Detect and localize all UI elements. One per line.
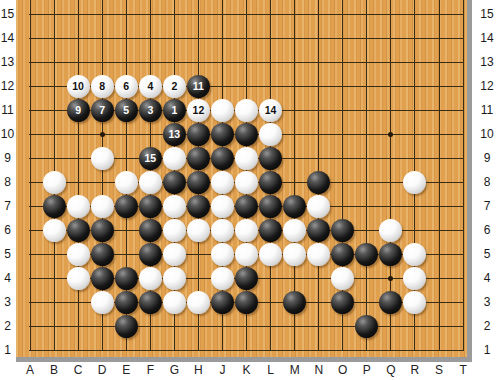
- row-label-left-11: 11: [0, 103, 15, 117]
- white-stone-R3[interactable]: [403, 291, 426, 314]
- white-stone-H3[interactable]: [187, 291, 210, 314]
- white-stone-G12[interactable]: 2: [163, 75, 186, 98]
- row-label-right-14: 14: [475, 31, 499, 45]
- white-stone-F12[interactable]: 4: [139, 75, 162, 98]
- row-label-left-12: 12: [0, 79, 15, 93]
- white-stone-R4[interactable]: [403, 267, 426, 290]
- column-label-H: H: [186, 363, 210, 377]
- black-stone-K4[interactable]: [235, 267, 258, 290]
- board-bottom-edge-shadow: [16, 357, 472, 362]
- white-stone-J5[interactable]: [211, 243, 234, 266]
- white-stone-M5[interactable]: [283, 243, 306, 266]
- black-stone-P5[interactable]: [355, 243, 378, 266]
- black-stone-E7[interactable]: [115, 195, 138, 218]
- black-stone-F3[interactable]: [139, 291, 162, 314]
- black-stone-H9[interactable]: [187, 147, 210, 170]
- white-stone-N5[interactable]: [307, 243, 330, 266]
- black-stone-F6[interactable]: [139, 219, 162, 242]
- grid-line-col-P: [366, 0, 367, 351]
- row-label-right-9: 9: [475, 151, 499, 165]
- column-label-G: G: [162, 363, 186, 377]
- black-stone-K7[interactable]: [235, 195, 258, 218]
- row-label-right-2: 2: [475, 319, 499, 333]
- grid-line-row-1: [29, 350, 463, 351]
- white-stone-R8[interactable]: [403, 171, 426, 194]
- row-label-right-1: 1: [475, 343, 499, 357]
- move-number-label: 3: [147, 105, 153, 116]
- white-stone-G6[interactable]: [163, 219, 186, 242]
- move-number-label: 7: [99, 105, 105, 116]
- black-stone-K3[interactable]: [235, 291, 258, 314]
- black-stone-L6[interactable]: [259, 219, 282, 242]
- row-label-right-13: 13: [475, 55, 499, 69]
- black-stone-Q5[interactable]: [379, 243, 402, 266]
- move-number-label: 5: [123, 105, 129, 116]
- black-stone-E4[interactable]: [115, 267, 138, 290]
- star-point-D10: [100, 132, 105, 137]
- column-label-L: L: [259, 363, 283, 377]
- column-label-C: C: [66, 363, 90, 377]
- white-stone-Q6[interactable]: [379, 219, 402, 242]
- black-stone-G11[interactable]: 1: [163, 99, 186, 122]
- black-stone-F5[interactable]: [139, 243, 162, 266]
- white-stone-G4[interactable]: [163, 267, 186, 290]
- column-label-Q: Q: [379, 363, 403, 377]
- move-number-label: 4: [147, 81, 153, 92]
- row-label-left-6: 6: [0, 223, 15, 237]
- row-label-left-4: 4: [0, 271, 15, 285]
- white-stone-N7[interactable]: [307, 195, 330, 218]
- row-label-left-2: 2: [0, 319, 15, 333]
- row-label-right-5: 5: [475, 247, 499, 261]
- black-stone-H10[interactable]: [187, 123, 210, 146]
- white-stone-L10[interactable]: [259, 123, 282, 146]
- row-label-right-10: 10: [475, 127, 499, 141]
- row-label-left-13: 13: [0, 55, 15, 69]
- star-point-Q10: [388, 132, 393, 137]
- black-stone-D5[interactable]: [91, 243, 114, 266]
- white-stone-J11[interactable]: [211, 99, 234, 122]
- white-stone-K9[interactable]: [235, 147, 258, 170]
- black-stone-E2[interactable]: [115, 315, 138, 338]
- column-label-S: S: [427, 363, 451, 377]
- row-label-left-14: 14: [0, 31, 15, 45]
- black-stone-D4[interactable]: [91, 267, 114, 290]
- black-stone-K10[interactable]: [235, 123, 258, 146]
- white-stone-G5[interactable]: [163, 243, 186, 266]
- column-label-E: E: [114, 363, 138, 377]
- white-stone-B8[interactable]: [43, 171, 66, 194]
- black-stone-B7[interactable]: [43, 195, 66, 218]
- black-stone-H12[interactable]: 11: [187, 75, 210, 98]
- black-stone-J10[interactable]: [211, 123, 234, 146]
- move-number-label: 9: [75, 105, 81, 116]
- white-stone-K11[interactable]: [235, 99, 258, 122]
- column-label-B: B: [42, 363, 66, 377]
- white-stone-K6[interactable]: [235, 219, 258, 242]
- board-right-edge-shadow: [467, 0, 472, 362]
- black-stone-C11[interactable]: 9: [67, 99, 90, 122]
- black-stone-E3[interactable]: [115, 291, 138, 314]
- row-label-right-11: 11: [475, 103, 499, 117]
- go-app-window: 108642119753112141315 151413121110987654…: [0, 0, 500, 380]
- go-board[interactable]: 108642119753112141315: [16, 0, 467, 357]
- black-stone-Q3[interactable]: [379, 291, 402, 314]
- white-stone-E12[interactable]: 6: [115, 75, 138, 98]
- move-number-label: 10: [72, 81, 84, 92]
- black-stone-L9[interactable]: [259, 147, 282, 170]
- black-stone-L7[interactable]: [259, 195, 282, 218]
- column-label-R: R: [403, 363, 427, 377]
- row-label-right-8: 8: [475, 175, 499, 189]
- white-stone-D7[interactable]: [91, 195, 114, 218]
- row-label-left-5: 5: [0, 247, 15, 261]
- black-stone-J3[interactable]: [211, 291, 234, 314]
- white-stone-R5[interactable]: [403, 243, 426, 266]
- white-stone-J6[interactable]: [211, 219, 234, 242]
- black-stone-J9[interactable]: [211, 147, 234, 170]
- grid-line-row-13: [29, 62, 463, 63]
- black-stone-G8[interactable]: [163, 171, 186, 194]
- white-stone-H11[interactable]: 12: [187, 99, 210, 122]
- white-stone-O4[interactable]: [331, 267, 354, 290]
- black-stone-M7[interactable]: [283, 195, 306, 218]
- black-stone-P2[interactable]: [355, 315, 378, 338]
- white-stone-C7[interactable]: [67, 195, 90, 218]
- white-stone-C4[interactable]: [67, 267, 90, 290]
- row-label-left-15: 15: [0, 7, 15, 21]
- column-label-O: O: [331, 363, 355, 377]
- black-stone-F11[interactable]: 3: [139, 99, 162, 122]
- row-label-right-4: 4: [475, 271, 499, 285]
- move-number-label: 15: [144, 153, 156, 164]
- white-stone-C5[interactable]: [67, 243, 90, 266]
- white-stone-G9[interactable]: [163, 147, 186, 170]
- white-stone-K5[interactable]: [235, 243, 258, 266]
- star-point-Q4: [388, 276, 393, 281]
- column-label-J: J: [210, 363, 234, 377]
- black-stone-H7[interactable]: [187, 195, 210, 218]
- black-stone-F7[interactable]: [139, 195, 162, 218]
- black-stone-O6[interactable]: [331, 219, 354, 242]
- black-stone-G10[interactable]: 13: [163, 123, 186, 146]
- white-stone-L5[interactable]: [259, 243, 282, 266]
- row-label-left-8: 8: [0, 175, 15, 189]
- column-label-M: M: [283, 363, 307, 377]
- row-label-right-3: 3: [475, 295, 499, 309]
- column-label-K: K: [235, 363, 259, 377]
- column-label-D: D: [90, 363, 114, 377]
- row-label-left-7: 7: [0, 199, 15, 213]
- column-label-P: P: [355, 363, 379, 377]
- move-number-label: 1: [171, 105, 177, 116]
- white-stone-B6[interactable]: [43, 219, 66, 242]
- black-stone-N8[interactable]: [307, 171, 330, 194]
- white-stone-K8[interactable]: [235, 171, 258, 194]
- white-stone-F4[interactable]: [139, 267, 162, 290]
- grid-line-col-S: [439, 0, 440, 351]
- white-stone-J7[interactable]: [211, 195, 234, 218]
- white-stone-H6[interactable]: [187, 219, 210, 242]
- white-stone-J8[interactable]: [211, 171, 234, 194]
- grid-line-row-15: [29, 14, 463, 15]
- black-stone-H8[interactable]: [187, 171, 210, 194]
- move-number-label: 8: [99, 81, 105, 92]
- move-number-label: 6: [123, 81, 129, 92]
- white-stone-D12[interactable]: 8: [91, 75, 114, 98]
- white-stone-D9[interactable]: [91, 147, 114, 170]
- black-stone-E11[interactable]: 5: [115, 99, 138, 122]
- black-stone-C6[interactable]: [67, 219, 90, 242]
- grid-line-col-T: [463, 0, 464, 351]
- column-label-F: F: [138, 363, 162, 377]
- black-stone-L8[interactable]: [259, 171, 282, 194]
- black-stone-D11[interactable]: 7: [91, 99, 114, 122]
- grid-line-col-A: [30, 0, 31, 351]
- black-stone-D6[interactable]: [91, 219, 114, 242]
- white-stone-J4[interactable]: [211, 267, 234, 290]
- black-stone-F9[interactable]: 15: [139, 147, 162, 170]
- white-stone-E8[interactable]: [115, 171, 138, 194]
- move-number-label: 11: [193, 81, 204, 92]
- move-number-label: 13: [169, 129, 181, 140]
- grid-line-col-C: [78, 0, 79, 351]
- black-stone-N6[interactable]: [307, 219, 330, 242]
- column-label-N: N: [307, 363, 331, 377]
- black-stone-O3[interactable]: [331, 291, 354, 314]
- row-label-left-3: 3: [0, 295, 15, 309]
- row-label-right-6: 6: [475, 223, 499, 237]
- column-label-A: A: [18, 363, 42, 377]
- grid-line-row-14: [29, 38, 463, 39]
- black-stone-M3[interactable]: [283, 291, 306, 314]
- row-label-left-9: 9: [0, 151, 15, 165]
- black-stone-O5[interactable]: [331, 243, 354, 266]
- white-stone-G3[interactable]: [163, 291, 186, 314]
- white-stone-F8[interactable]: [139, 171, 162, 194]
- move-number-label: 12: [193, 105, 205, 116]
- move-number-label: 14: [265, 105, 277, 116]
- grid-line-row-2: [29, 326, 463, 327]
- column-label-T: T: [451, 363, 475, 377]
- white-stone-G7[interactable]: [163, 195, 186, 218]
- row-label-right-7: 7: [475, 199, 499, 213]
- white-stone-C12[interactable]: 10: [67, 75, 90, 98]
- move-number-label: 2: [171, 81, 177, 92]
- row-label-right-15: 15: [475, 7, 499, 21]
- row-label-left-10: 10: [0, 127, 15, 141]
- row-label-left-1: 1: [0, 343, 15, 357]
- white-stone-M6[interactable]: [283, 219, 306, 242]
- row-label-right-12: 12: [475, 79, 499, 93]
- white-stone-L11[interactable]: 14: [259, 99, 282, 122]
- white-stone-D3[interactable]: [91, 291, 114, 314]
